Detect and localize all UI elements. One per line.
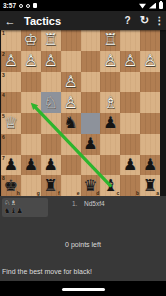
rank-label: 1 bbox=[2, 30, 5, 36]
nav-bar bbox=[0, 281, 166, 296]
square-g1[interactable]: ♔ bbox=[21, 30, 41, 51]
black-pawn: ♟ bbox=[143, 155, 157, 175]
black-bishop: ♝ bbox=[103, 176, 117, 196]
black-pawn: ♟ bbox=[4, 155, 18, 175]
square-g8[interactable]: g bbox=[21, 175, 41, 196]
retry-icon[interactable]: ↻ bbox=[136, 14, 153, 27]
square-f6[interactable] bbox=[41, 134, 61, 155]
square-h8[interactable]: ♚8h bbox=[1, 175, 21, 196]
square-g7[interactable]: ♟ bbox=[21, 155, 41, 176]
square-e4[interactable]: ♙ bbox=[61, 92, 81, 113]
white-pawn: ♙ bbox=[143, 51, 157, 71]
white-pawn: ♙ bbox=[24, 51, 38, 71]
square-f7[interactable]: ♟ bbox=[41, 155, 61, 176]
captured-row: ♘♗ bbox=[4, 199, 46, 207]
square-f3[interactable] bbox=[41, 72, 61, 93]
signal-icon bbox=[149, 3, 156, 9]
overflow-menu-icon[interactable]: ⋮ bbox=[153, 15, 166, 26]
white-pawn: ♙ bbox=[4, 51, 18, 71]
square-c6[interactable] bbox=[100, 134, 120, 155]
square-h2[interactable]: ♙2 bbox=[1, 51, 21, 72]
wifi-icon bbox=[139, 3, 146, 9]
square-a3[interactable] bbox=[140, 72, 160, 93]
back-icon[interactable]: ← bbox=[0, 15, 20, 27]
square-c2[interactable]: ♙ bbox=[100, 51, 120, 72]
square-d4[interactable] bbox=[81, 92, 101, 113]
chess-board: 1♔♖♖♙2♙♙♙♙♙3♙4♘♙♗♕5♞♟6♟♟7♟♟♟♟♚8hg♜fe♛d♝c… bbox=[1, 30, 160, 196]
square-h6[interactable]: 6 bbox=[1, 134, 21, 155]
square-c8[interactable]: ♝c bbox=[100, 175, 120, 196]
app-bar: ← Tactics ? ↻ ⋮ bbox=[0, 11, 166, 30]
white-pawn: ♙ bbox=[63, 72, 77, 92]
square-g5[interactable] bbox=[21, 113, 41, 134]
black-pawn: ♟ bbox=[24, 155, 38, 175]
square-c3[interactable] bbox=[100, 72, 120, 93]
square-c1[interactable]: ♖ bbox=[100, 30, 120, 51]
white-queen: ♕ bbox=[4, 113, 18, 133]
captured-row: ♞♝♟ bbox=[4, 207, 46, 215]
square-a4[interactable] bbox=[140, 92, 160, 113]
square-e5[interactable]: ♞ bbox=[61, 113, 81, 134]
square-d1[interactable] bbox=[81, 30, 101, 51]
square-f1[interactable]: ♖ bbox=[41, 30, 61, 51]
notification-icon bbox=[26, 4, 30, 8]
square-d6[interactable]: ♟ bbox=[81, 134, 101, 155]
square-e8[interactable]: e bbox=[61, 175, 81, 196]
square-e1[interactable] bbox=[61, 30, 81, 51]
square-a5[interactable] bbox=[140, 113, 160, 134]
home-gesture-pill[interactable] bbox=[62, 288, 105, 291]
square-g2[interactable]: ♙ bbox=[21, 51, 41, 72]
square-d7[interactable] bbox=[81, 155, 101, 176]
rank-label: 7 bbox=[2, 155, 5, 161]
points-label: 0 points left bbox=[0, 241, 166, 248]
black-knight: ♞ bbox=[63, 113, 77, 133]
square-a8[interactable]: ♜a bbox=[140, 175, 160, 196]
notification-icon bbox=[33, 3, 37, 8]
black-pawn: ♟ bbox=[83, 134, 97, 154]
square-h3[interactable]: 3 bbox=[1, 72, 21, 93]
square-d8[interactable]: ♛d bbox=[81, 175, 101, 196]
help-icon[interactable]: ? bbox=[119, 15, 136, 26]
white-pawn: ♙ bbox=[63, 93, 77, 113]
move-number: 1. bbox=[72, 200, 77, 207]
square-d5[interactable] bbox=[81, 113, 101, 134]
square-e2[interactable] bbox=[61, 51, 81, 72]
square-g3[interactable] bbox=[21, 72, 41, 93]
rank-label: 2 bbox=[2, 51, 5, 57]
white-knight: ♘ bbox=[44, 93, 58, 113]
square-c5[interactable]: ♟ bbox=[100, 113, 120, 134]
square-h4[interactable]: 4 bbox=[1, 92, 21, 113]
square-b2[interactable]: ♙ bbox=[120, 51, 140, 72]
square-a1[interactable] bbox=[140, 30, 160, 51]
square-h7[interactable]: ♟7 bbox=[1, 155, 21, 176]
square-f8[interactable]: ♜f bbox=[41, 175, 61, 196]
square-b5[interactable] bbox=[120, 113, 140, 134]
square-h1[interactable]: 1 bbox=[1, 30, 21, 51]
square-b8[interactable]: b bbox=[120, 175, 140, 196]
square-g6[interactable] bbox=[21, 134, 41, 155]
square-f5[interactable] bbox=[41, 113, 61, 134]
square-e7[interactable] bbox=[61, 155, 81, 176]
square-a2[interactable]: ♙ bbox=[140, 51, 160, 72]
clock-time: 3:57 bbox=[3, 2, 16, 9]
square-c4[interactable]: ♗ bbox=[100, 92, 120, 113]
rank-label: 3 bbox=[2, 72, 5, 78]
square-h5[interactable]: ♕5 bbox=[1, 113, 21, 134]
battery-icon bbox=[159, 2, 163, 9]
black-pawn: ♟ bbox=[44, 155, 58, 175]
white-bishop: ♗ bbox=[103, 93, 117, 113]
square-d3[interactable] bbox=[81, 72, 101, 93]
white-king: ♔ bbox=[24, 30, 38, 50]
captured-black-pawn: ♟ bbox=[17, 207, 23, 215]
square-b1[interactable] bbox=[120, 30, 140, 51]
square-b6[interactable] bbox=[120, 134, 140, 155]
captured-pieces-tray: ♘♗♞♝♟ bbox=[2, 198, 48, 217]
square-c7[interactable] bbox=[100, 155, 120, 176]
square-f4[interactable]: ♘ bbox=[41, 92, 61, 113]
square-f2[interactable]: ♙ bbox=[41, 51, 61, 72]
square-e3[interactable]: ♙ bbox=[61, 72, 81, 93]
square-b3[interactable] bbox=[120, 72, 140, 93]
black-pawn: ♟ bbox=[103, 113, 117, 133]
rank-label: 4 bbox=[2, 92, 5, 98]
white-rook: ♖ bbox=[103, 30, 117, 50]
square-a6[interactable] bbox=[140, 134, 160, 155]
square-b7[interactable]: ♟ bbox=[120, 155, 140, 176]
black-rook: ♜ bbox=[44, 176, 58, 196]
rank-label: 8 bbox=[2, 175, 5, 181]
white-pawn: ♙ bbox=[123, 51, 137, 71]
notification-icon bbox=[19, 4, 23, 8]
info-panel: ♘♗♞♝♟ 1. Nd5xf4 0 points left Find the b… bbox=[0, 196, 166, 281]
rank-label: 5 bbox=[2, 113, 5, 119]
square-e6[interactable] bbox=[61, 134, 81, 155]
rank-label: 6 bbox=[2, 134, 5, 140]
status-bar: 3:57 bbox=[0, 0, 166, 11]
black-rook: ♜ bbox=[143, 176, 157, 196]
captured-white-bishop: ♗ bbox=[10, 199, 16, 207]
white-pawn: ♙ bbox=[44, 51, 58, 71]
page-title: Tactics bbox=[24, 15, 119, 27]
square-a7[interactable]: ♟ bbox=[140, 155, 160, 176]
white-rook: ♖ bbox=[44, 30, 58, 50]
square-d2[interactable] bbox=[81, 51, 101, 72]
black-pawn: ♟ bbox=[123, 155, 137, 175]
prompt-label: Find the best move for black! bbox=[2, 268, 92, 275]
board-area: 1♔♖♖♙2♙♙♙♙♙3♙4♘♙♗♕5♞♟6♟♟7♟♟♟♟♚8hg♜fe♛d♝c… bbox=[0, 30, 166, 196]
move-notation: Nd5xf4 bbox=[84, 200, 105, 207]
white-pawn: ♙ bbox=[103, 51, 117, 71]
square-g4[interactable] bbox=[21, 92, 41, 113]
square-b4[interactable] bbox=[120, 92, 140, 113]
